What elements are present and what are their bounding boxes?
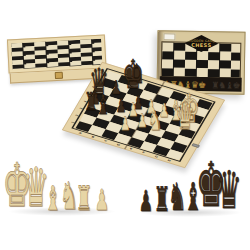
file-label: E <box>129 147 133 150</box>
chess-piece: ♟ <box>120 114 130 133</box>
packaging-logo-line2: CHESS <box>191 42 211 47</box>
chess-piece: ♞ <box>148 107 163 134</box>
display-piece-pawn: ♟ <box>95 186 109 215</box>
rank-label: 2 <box>74 113 80 118</box>
file-label: B <box>91 135 95 138</box>
rank-label: 3 <box>78 106 84 111</box>
display-piece-pawn: ♟ <box>139 187 153 216</box>
file-label: D <box>116 143 120 146</box>
rank-label: 1 <box>70 120 76 125</box>
file-label: C <box>104 139 108 142</box>
clasp-icon <box>55 72 63 79</box>
product-photo: WOODEN GAME CHESS ♟♜♞♝♛♚ ♜♞♝♚ ABCDEFGH 8… <box>0 0 250 250</box>
display-piece-rook: ♜ <box>76 181 93 215</box>
chess-piece: ♟ <box>137 111 147 130</box>
packaging-dark-pieces-strip: ♜♞♝♚ <box>211 80 239 90</box>
chess-piece: ♚ <box>122 54 144 94</box>
file-label: H <box>167 159 171 162</box>
file-label: F <box>142 151 146 154</box>
display-piece-queen: ♛ <box>216 164 242 216</box>
file-label: G <box>154 155 158 158</box>
chess-piece: ♝ <box>96 91 111 118</box>
file-label: A <box>78 131 82 134</box>
chess-piece: ♛ <box>175 99 194 135</box>
packaging-label-chip <box>163 33 175 40</box>
